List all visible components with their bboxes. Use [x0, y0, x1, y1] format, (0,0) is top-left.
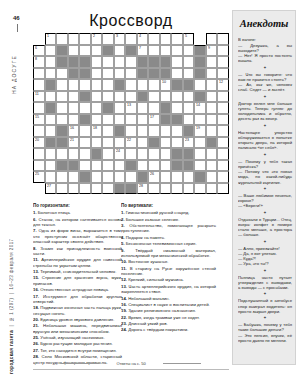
blocked-cell — [56, 137, 68, 149]
jokes-title: Анекдоты — [233, 18, 295, 29]
grid-cell[interactable] — [160, 125, 172, 137]
grid-cell[interactable]: 17 — [148, 114, 160, 126]
grid-cell[interactable]: 14 — [194, 102, 206, 114]
grid-cell[interactable] — [33, 79, 45, 91]
grid-cell[interactable] — [206, 148, 218, 160]
grid-cell[interactable] — [79, 125, 91, 137]
grid-cell[interactable] — [91, 56, 103, 68]
grid-cell[interactable]: 8 — [33, 56, 45, 68]
cell-number: 5 — [185, 34, 187, 38]
blocked-cell — [125, 160, 137, 172]
grid-cell[interactable] — [102, 171, 114, 183]
grid-cell[interactable] — [171, 125, 183, 137]
grid-cell[interactable] — [102, 125, 114, 137]
clue-item: 8. Знамя как принадлежность воинской час… — [33, 245, 122, 256]
cell-number: 3 — [116, 34, 118, 38]
grid-cell[interactable] — [68, 171, 80, 183]
grid-cell[interactable] — [160, 45, 172, 57]
grid-cell[interactable]: 23 — [183, 137, 195, 149]
blocked-cell — [114, 125, 126, 137]
grid-cell[interactable] — [33, 148, 45, 160]
clue-item: 16. Специалист в науке о воспитании дете… — [121, 302, 216, 307]
blocked-cell — [68, 56, 80, 68]
grid-cell[interactable] — [206, 102, 218, 114]
grid-cell[interactable] — [102, 91, 114, 103]
cell-number: 13 — [127, 103, 131, 107]
clue-item: 23. Длинный узкий ров. — [121, 321, 216, 326]
blocked-cell — [171, 160, 183, 172]
blocked-cell — [148, 68, 160, 80]
clue-item: 13. Часть артиллерийского орудия, на кот… — [121, 284, 216, 295]
blocked-cell — [194, 68, 206, 80]
blocked-cell — [79, 171, 91, 183]
grid-cell[interactable] — [217, 68, 229, 80]
blocked-cell — [148, 56, 160, 68]
grid-cell[interactable] — [91, 137, 103, 149]
grid-cell[interactable] — [148, 183, 160, 195]
clue-item: 22. Время, когда трамваи уже не ходят. — [121, 314, 216, 319]
crossword-grid: 1234567981012111314151716181920212223242… — [33, 33, 230, 195]
masthead-sep1: | — [9, 322, 14, 329]
grid-cell[interactable] — [79, 79, 91, 91]
grid-cell[interactable] — [217, 114, 229, 126]
grid-cell[interactable] — [171, 33, 183, 45]
clue-item: 11. В старину на Руси: окружённое стеной… — [121, 265, 216, 276]
blocked-cell — [194, 45, 206, 57]
grid-cell[interactable]: 16 — [68, 125, 80, 137]
grid-cell[interactable] — [194, 79, 206, 91]
grid-cell[interactable] — [79, 33, 91, 45]
grid-cell[interactable] — [91, 68, 103, 80]
clue-item: 14. Небольшой магазин. — [121, 295, 216, 300]
grid-cell[interactable] — [33, 160, 45, 172]
blocked-cell — [79, 56, 91, 68]
clue-item: 11. Артиллерийское орудие для навесной с… — [33, 257, 122, 268]
grid-cell[interactable] — [114, 91, 126, 103]
clue-item: 12. Крепкий, сильный мужчина. — [121, 277, 216, 282]
section-label: НА ДОСУГЕ — [11, 34, 17, 94]
grid-cell[interactable] — [206, 68, 218, 80]
cell-number: 1 — [47, 34, 49, 38]
grid-cell[interactable] — [79, 45, 91, 57]
grid-cell[interactable] — [33, 68, 45, 80]
jokes-sidebar: Анекдоты В вагоне: — Девушка, а вы выход… — [232, 10, 296, 365]
grid-cell[interactable] — [125, 33, 137, 45]
joke-text: — Алло, приезжайте! — Да, я вот улетаю. … — [238, 245, 292, 266]
grid-cell[interactable] — [114, 137, 126, 149]
grid-cell[interactable] — [217, 148, 229, 160]
grid-cell[interactable] — [194, 114, 206, 126]
blocked-cell — [183, 148, 195, 160]
grid-cell[interactable] — [183, 102, 195, 114]
grid-cell[interactable] — [217, 160, 229, 172]
grid-cell[interactable] — [171, 91, 183, 103]
grid-cell[interactable] — [194, 148, 206, 160]
grid-cell[interactable]: 2 — [91, 33, 103, 45]
grid-cell[interactable]: 3 — [114, 33, 126, 45]
grid-cell[interactable]: 12 — [217, 79, 229, 91]
cell-number: 9 — [208, 46, 210, 50]
grid-cell[interactable] — [91, 45, 103, 57]
clue-item: 9. Твёрдый смазочный материал, используе… — [121, 247, 216, 258]
grid-cell[interactable] — [102, 114, 114, 126]
grid-cell[interactable] — [137, 137, 149, 149]
grid-cell[interactable] — [45, 148, 57, 160]
grid-cell[interactable] — [148, 45, 160, 57]
cell-number: 20 — [35, 138, 39, 142]
grid-cell[interactable] — [148, 91, 160, 103]
grid-cell[interactable] — [183, 183, 195, 195]
grid-cell[interactable] — [102, 160, 114, 172]
clue-item: 1. Болотная птица. — [33, 210, 122, 215]
cell-number: 4 — [139, 34, 141, 38]
blocked-cell — [171, 148, 183, 160]
grid-cell[interactable] — [206, 171, 218, 183]
cell-number: 12 — [219, 80, 223, 84]
blocked-cell — [125, 183, 137, 195]
down-title: По вертикали: — [121, 203, 216, 209]
grid-cell[interactable] — [33, 125, 45, 137]
answers-footer: Ответы на с. 50 — [33, 359, 229, 368]
grid-cell[interactable] — [79, 148, 91, 160]
grid-cell[interactable] — [194, 137, 206, 149]
clue-item: 7. Одна из форм вины, выражается в том, … — [33, 228, 122, 244]
grid-cell[interactable] — [45, 114, 57, 126]
grid-cell[interactable] — [45, 68, 57, 80]
clue-item: 1. Гимнастический ручной снаряд. — [121, 210, 216, 215]
grid-cell[interactable] — [79, 183, 91, 195]
cell-number: 16 — [70, 126, 74, 130]
grid-cell[interactable] — [183, 91, 195, 103]
grid-cell[interactable] — [91, 171, 103, 183]
grid-cell[interactable] — [183, 114, 195, 126]
grid-cell[interactable] — [102, 79, 114, 91]
blocked-cell — [137, 56, 149, 68]
grid-cell[interactable]: 22 — [125, 137, 137, 149]
grid-cell[interactable] — [125, 91, 137, 103]
cell-number: 28 — [139, 184, 143, 188]
joke-text: Настоящее упорство обнаруживается в попы… — [238, 129, 292, 150]
grid-cell[interactable] — [206, 160, 218, 172]
grid-cell[interactable]: 28 — [137, 183, 149, 195]
rail-divider — [17, 24, 18, 32]
blocked-cell — [194, 91, 206, 103]
grid-cell[interactable]: 9 — [206, 45, 218, 57]
blocked-cell — [206, 137, 218, 149]
grid-cell[interactable] — [33, 102, 45, 114]
grid-cell[interactable]: 15 — [33, 114, 45, 126]
grid-cell[interactable] — [217, 102, 229, 114]
masthead-strip: городская газета | № 1 (297) | 16–23 фев… — [9, 150, 14, 374]
grid-cell[interactable] — [45, 160, 57, 172]
footer-rule-right — [163, 363, 201, 364]
grid-cell[interactable] — [217, 171, 229, 183]
grid-cell[interactable] — [114, 56, 126, 68]
grid-cell[interactable] — [125, 114, 137, 126]
joke-divider-icon: ✦ — [238, 123, 292, 128]
grid-cell[interactable] — [137, 79, 149, 91]
blocked-cell — [171, 114, 183, 126]
grid-cell[interactable]: 21 — [68, 137, 80, 149]
grid-cell[interactable] — [102, 137, 114, 149]
grid-cell[interactable] — [125, 125, 137, 137]
grid-cell[interactable] — [114, 171, 126, 183]
joke-text: — Что вы говорите: что вам не нравится с… — [238, 71, 292, 92]
grid-cell[interactable] — [56, 33, 68, 45]
grid-cell[interactable] — [217, 45, 229, 57]
clue-item: 2. Большое казачье селение. — [121, 216, 216, 221]
grid-cell[interactable]: 11 — [33, 91, 45, 103]
cell-number: 19 — [196, 126, 200, 130]
grid-cell[interactable] — [183, 68, 195, 80]
blocked-cell — [68, 160, 80, 172]
grid-cell[interactable] — [102, 33, 114, 45]
clue-item: 13. Терпимый, снисходительный человек. — [33, 269, 122, 274]
grid-cell[interactable] — [91, 79, 103, 91]
down-clues: По вертикали: 1. Гимнастический ручной с… — [121, 203, 216, 333]
clue-item: 21. Небольшая машина, передвигаемая вруч… — [33, 323, 122, 334]
grid-cell[interactable] — [160, 91, 172, 103]
grid-cell[interactable] — [217, 125, 229, 137]
cell-number: 18 — [93, 126, 97, 130]
joke-divider-icon: ✦ — [238, 315, 292, 320]
grid-cell[interactable] — [56, 171, 68, 183]
grid-cell[interactable] — [160, 171, 172, 183]
grid-cell[interactable] — [137, 148, 149, 160]
grid-cell[interactable]: 20 — [33, 137, 45, 149]
clue-item: 24. Дорога с твёрдым покрытием. — [121, 327, 216, 332]
grid-cell[interactable]: 18 — [91, 125, 103, 137]
grid-cell[interactable] — [171, 68, 183, 80]
blocked-cell — [137, 171, 149, 183]
clue-item: 19. Здание религиозного назначения. — [121, 308, 216, 313]
grid-cell[interactable] — [91, 183, 103, 195]
grid-cell[interactable] — [194, 183, 206, 195]
grid-cell[interactable] — [125, 171, 137, 183]
blocked-cell — [148, 137, 160, 149]
joke-text: — Бабушка, почему у тебя такие большие д… — [238, 322, 292, 343]
grid-cell[interactable] — [217, 137, 229, 149]
grid-cell[interactable] — [183, 45, 195, 57]
grid-cell[interactable] — [91, 91, 103, 103]
grid-cell[interactable] — [148, 160, 160, 172]
grid-cell[interactable] — [91, 102, 103, 114]
grid-cell[interactable] — [217, 91, 229, 103]
cell-number: 25 — [35, 172, 39, 176]
grid-cell[interactable] — [79, 137, 91, 149]
grid-cell[interactable] — [68, 79, 80, 91]
grid-cell[interactable] — [102, 56, 114, 68]
grid-cell[interactable]: 26 — [148, 171, 160, 183]
grid-cell[interactable] — [125, 148, 137, 160]
grid-cell[interactable] — [137, 125, 149, 137]
grid-cell[interactable] — [114, 102, 126, 114]
grid-cell[interactable]: 1 — [45, 33, 57, 45]
blocked-cell — [56, 56, 68, 68]
grid-cell[interactable] — [160, 33, 172, 45]
grid-cell[interactable] — [206, 183, 218, 195]
grid-cell[interactable] — [160, 148, 172, 160]
grid-cell[interactable] — [68, 183, 80, 195]
grid-cell[interactable]: 19 — [194, 125, 206, 137]
joke-divider-icon: ✦ — [238, 65, 292, 70]
grid-cell[interactable] — [206, 91, 218, 103]
blocked-cell — [45, 137, 57, 149]
grid-cell[interactable] — [45, 125, 57, 137]
grid-cell[interactable] — [68, 91, 80, 103]
grid-cell[interactable]: 27 — [45, 183, 57, 195]
grid-cell[interactable]: 24 — [114, 148, 126, 160]
grid-cell[interactable] — [45, 91, 57, 103]
grid-cell[interactable] — [148, 125, 160, 137]
grid-cell[interactable] — [56, 114, 68, 126]
blocked-cell — [137, 68, 149, 80]
blocked-cell — [79, 91, 91, 103]
blocked-cell — [194, 171, 206, 183]
grid-cell[interactable] — [114, 160, 126, 172]
blocked-cell — [194, 56, 206, 68]
grid-cell[interactable] — [102, 183, 114, 195]
grid-cell[interactable] — [148, 33, 160, 45]
joke-divider-icon: ✦ — [238, 292, 292, 297]
grid-cell[interactable] — [171, 137, 183, 149]
blocked-cell — [114, 183, 126, 195]
grid-cell[interactable] — [148, 102, 160, 114]
grid-cell[interactable] — [91, 160, 103, 172]
across-title: По горизонтали: — [33, 203, 122, 209]
cell-number: 11 — [35, 92, 39, 96]
grid-cell[interactable] — [206, 125, 218, 137]
cell-number: 17 — [150, 115, 154, 119]
grid-cell[interactable] — [137, 102, 149, 114]
grid-cell[interactable] — [56, 102, 68, 114]
grid-cell[interactable]: 7 — [137, 45, 149, 57]
grid-cell[interactable] — [68, 102, 80, 114]
blocked-cell — [79, 114, 91, 126]
joke-text: В вагоне: — Девушка, а вы выходите? — Не… — [238, 37, 292, 63]
grid-cell[interactable]: 6 — [33, 45, 45, 57]
blocked-cell — [56, 125, 68, 137]
masthead-sep2: | — [9, 289, 14, 296]
joke-divider-icon: ✦ — [238, 152, 292, 157]
grid-cell[interactable] — [183, 171, 195, 183]
grid-cell[interactable] — [114, 114, 126, 126]
grid-cell[interactable] — [171, 102, 183, 114]
grid-cell[interactable] — [125, 79, 137, 91]
cell-number: 6 — [35, 46, 37, 50]
grid-cell[interactable] — [171, 56, 183, 68]
cell-number: 22 — [127, 138, 131, 142]
grid-cell[interactable] — [137, 114, 149, 126]
grid-cell[interactable] — [194, 160, 206, 172]
grid-cell[interactable] — [160, 160, 172, 172]
blocked-cell — [171, 79, 183, 91]
grid-cell[interactable] — [160, 137, 172, 149]
clue-item: 16. Отечественная эстрадная певица. — [33, 287, 122, 292]
blocked-cell — [45, 79, 57, 91]
grid-cell[interactable] — [206, 56, 218, 68]
grid-cell[interactable] — [45, 56, 57, 68]
grid-cell[interactable] — [56, 148, 68, 160]
grid-cell[interactable] — [102, 68, 114, 80]
clue-item: 17. Инструмент для обработки круглых отв… — [33, 293, 122, 304]
grid-cell[interactable] — [56, 183, 68, 195]
blocked-cell — [125, 45, 137, 57]
clue-item: 20. Единица уровня звукового давления. — [33, 317, 122, 322]
blocked-cell — [160, 102, 172, 114]
grid-cell[interactable] — [171, 183, 183, 195]
grid-cell[interactable] — [68, 114, 80, 126]
grid-cell[interactable]: 10 — [160, 79, 172, 91]
grid-cell[interactable]: 4 — [137, 33, 149, 45]
page-number: 46 — [13, 15, 20, 21]
grid-cell[interactable] — [56, 68, 68, 80]
joke-text: — Ваше любимое печенье, короче? — «Берег… — [238, 193, 292, 209]
blocked-cell — [45, 102, 57, 114]
grid-cell[interactable] — [56, 91, 68, 103]
footer-rule-left — [61, 363, 99, 364]
cell-number: 8 — [35, 57, 37, 61]
grid-cell[interactable] — [79, 102, 91, 114]
blocked-cell — [183, 125, 195, 137]
grid-cell[interactable] — [160, 183, 172, 195]
grid-cell[interactable] — [45, 171, 57, 183]
cell-number: 14 — [196, 103, 200, 107]
grid-cell[interactable] — [148, 148, 160, 160]
grid-cell[interactable] — [217, 56, 229, 68]
grid-cell[interactable]: 25 — [33, 171, 45, 183]
newspaper-page: 46 НА ДОСУГЕ городская газета | № 1 (297… — [0, 0, 300, 381]
blocked-cell — [56, 160, 68, 172]
grid-cell[interactable] — [171, 45, 183, 57]
grid-cell[interactable] — [68, 33, 80, 45]
grid-cell[interactable] — [148, 79, 160, 91]
grid-cell[interactable] — [114, 68, 126, 80]
grid-cell[interactable] — [91, 114, 103, 126]
grid-cell[interactable] — [183, 56, 195, 68]
grid-cell[interactable]: 5 — [183, 33, 195, 45]
grid-cell[interactable]: 13 — [125, 102, 137, 114]
grid-cell[interactable] — [206, 114, 218, 126]
clue-item: 3. Обстоятельство, помогающее раскрыть п… — [121, 223, 216, 234]
cell-number: 2 — [93, 34, 95, 38]
grid-cell[interactable] — [217, 33, 229, 45]
grid-cell[interactable] — [125, 68, 137, 80]
clue-item: 15. Строение для хранения зерна, муки, п… — [33, 275, 122, 286]
joke-divider-icon: ✦ — [238, 94, 292, 99]
grid-cell[interactable] — [206, 79, 218, 91]
grid-cell[interactable] — [125, 56, 137, 68]
grid-cell[interactable] — [114, 45, 126, 57]
clue-item: 6. Станок, на котором натягивается основ… — [33, 216, 122, 227]
cell-number: 23 — [185, 138, 189, 142]
grid-cell[interactable] — [206, 33, 218, 45]
grid-cell[interactable] — [217, 183, 229, 195]
grid-cell[interactable] — [56, 79, 68, 91]
grid-cell[interactable] — [137, 160, 149, 172]
grid-cell[interactable] — [68, 148, 80, 160]
grid-cell[interactable] — [68, 45, 80, 57]
grid-cell[interactable] — [102, 148, 114, 160]
blocked-cell — [137, 91, 149, 103]
grid-cell[interactable] — [171, 171, 183, 183]
blocked-cell — [114, 79, 126, 91]
clue-item: 10. Восточное кушанье. — [121, 259, 216, 264]
grid-cell[interactable] — [45, 45, 57, 57]
blocked-cell — [56, 45, 68, 57]
grid-cell[interactable] — [79, 160, 91, 172]
clue-item: 25. Учёный, изучающий насекомых. — [33, 335, 122, 340]
